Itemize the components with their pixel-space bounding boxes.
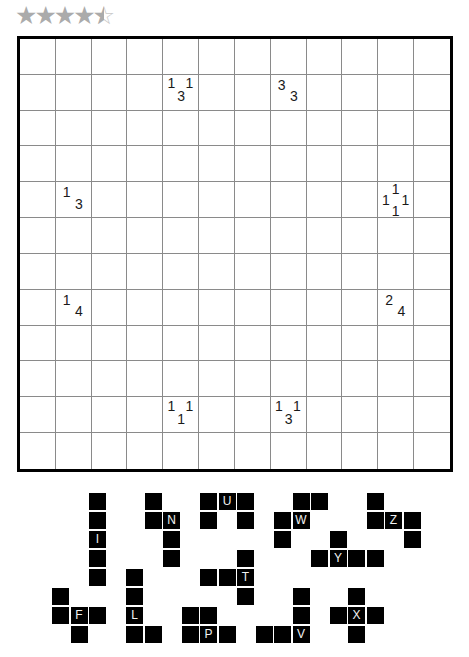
pentomino-n-cell <box>145 512 162 529</box>
pentomino-u-cell <box>237 493 254 510</box>
grid-cell[interactable] <box>271 433 307 469</box>
grid-cell[interactable] <box>56 218 92 254</box>
clue-number: 1 <box>402 193 410 207</box>
grid-cell[interactable] <box>199 290 235 326</box>
grid-cell[interactable] <box>271 182 307 218</box>
grid-cell[interactable] <box>271 326 307 362</box>
grid-cell[interactable] <box>92 254 128 290</box>
pentomino-i-cell <box>89 512 106 529</box>
pentomino-u-cell: U <box>219 493 236 510</box>
pentomino-l-label: L <box>131 607 138 624</box>
grid-cell[interactable] <box>235 111 271 147</box>
grid-cell[interactable] <box>56 433 92 469</box>
grid-cell[interactable] <box>235 361 271 397</box>
pentomino-f-cell <box>52 588 69 605</box>
clue-cell: 1111 <box>378 182 414 218</box>
pentomino-t-cell <box>237 588 254 605</box>
pentomino-z-label: Z <box>390 512 397 529</box>
pentomino-l-cell <box>145 626 162 643</box>
clue-cell: 14 <box>56 290 92 326</box>
pentomino-x-label: X <box>352 607 360 624</box>
grid-cell[interactable] <box>92 218 128 254</box>
clue-cell: 113 <box>271 397 307 433</box>
pentomino-z-cell <box>367 493 384 510</box>
grid-cell[interactable] <box>414 182 450 218</box>
grid-cell[interactable] <box>163 433 199 469</box>
grid-cell[interactable] <box>199 111 235 147</box>
grid-cell[interactable] <box>199 254 235 290</box>
grid-cell[interactable] <box>307 218 343 254</box>
grid-cell[interactable] <box>271 39 307 75</box>
grid-cell[interactable] <box>127 146 163 182</box>
clue-number: 1 <box>63 185 71 199</box>
clue-number: 1 <box>186 76 194 90</box>
pentomino-x-cell <box>367 607 384 624</box>
grid-cell[interactable] <box>127 111 163 147</box>
grid-cell[interactable] <box>20 75 56 111</box>
pentomino-u-cell <box>237 512 254 529</box>
clue-number: 1 <box>382 193 390 207</box>
grid-cell[interactable] <box>56 361 92 397</box>
clue-number: 1 <box>392 182 400 196</box>
grid-cell[interactable] <box>378 361 414 397</box>
grid-cell[interactable] <box>92 326 128 362</box>
pentomino-t-cell <box>200 569 217 586</box>
grid-cell[interactable] <box>307 433 343 469</box>
grid-cell[interactable] <box>199 218 235 254</box>
clue-number: 3 <box>290 89 298 103</box>
grid-cell[interactable] <box>307 182 343 218</box>
grid-cell[interactable] <box>271 290 307 326</box>
grid-cell[interactable] <box>414 361 450 397</box>
grid-cell[interactable] <box>127 397 163 433</box>
clue-number: 4 <box>75 304 83 318</box>
grid-cell[interactable] <box>20 254 56 290</box>
grid-cell[interactable] <box>271 361 307 397</box>
pentomino-y-cell <box>330 531 347 548</box>
pentomino-x-cell <box>348 588 365 605</box>
grid-cell[interactable] <box>378 146 414 182</box>
grid-cell[interactable] <box>414 218 450 254</box>
pentomino-i-label: I <box>96 531 99 548</box>
grid-cell[interactable] <box>56 397 92 433</box>
grid-cell[interactable] <box>342 182 378 218</box>
clue-number: 3 <box>278 78 286 92</box>
grid-cell[interactable] <box>92 75 128 111</box>
grid-cell[interactable] <box>378 111 414 147</box>
pentomino-f-cell <box>89 607 106 624</box>
pentomino-t-cell: T <box>237 569 254 586</box>
pentomino-z-cell <box>404 512 421 529</box>
grid-cell[interactable] <box>127 326 163 362</box>
pentomino-w-cell <box>274 531 291 548</box>
grid-cell[interactable] <box>127 75 163 111</box>
grid-cell[interactable] <box>378 433 414 469</box>
grid-cell[interactable] <box>307 75 343 111</box>
grid-cell[interactable] <box>20 397 56 433</box>
pentomino-f-cell: F <box>71 607 88 624</box>
grid-cell[interactable] <box>199 182 235 218</box>
grid-cell[interactable] <box>163 254 199 290</box>
grid-cell[interactable] <box>199 146 235 182</box>
clue-cell: 33 <box>271 75 307 111</box>
pentomino-w-cell <box>311 493 328 510</box>
pentomino-l-cell <box>126 588 143 605</box>
grid-cell[interactable] <box>307 290 343 326</box>
grid-cell[interactable] <box>199 75 235 111</box>
grid-cell[interactable] <box>235 326 271 362</box>
pentomino-v-cell <box>293 588 310 605</box>
grid-cell[interactable] <box>163 39 199 75</box>
grid-cell[interactable] <box>414 397 450 433</box>
pentomino-i-cell: I <box>89 531 106 548</box>
pentomino-p-cell <box>182 607 199 624</box>
pentomino-w-cell <box>274 512 291 529</box>
clue-number: 1 <box>177 412 185 426</box>
grid-cell[interactable] <box>342 111 378 147</box>
grid-cell[interactable] <box>199 326 235 362</box>
grid-cell[interactable] <box>92 397 128 433</box>
grid-cell[interactable] <box>307 39 343 75</box>
grid-cell[interactable] <box>199 397 235 433</box>
grid-cell[interactable] <box>127 254 163 290</box>
grid-cell[interactable] <box>235 182 271 218</box>
grid-cell[interactable] <box>92 39 128 75</box>
grid-cell[interactable] <box>378 254 414 290</box>
grid-cell[interactable] <box>378 326 414 362</box>
grid-cell[interactable] <box>342 218 378 254</box>
grid-cell[interactable] <box>92 433 128 469</box>
grid-cell[interactable] <box>342 290 378 326</box>
grid-cell[interactable] <box>20 290 56 326</box>
grid-cell[interactable] <box>378 397 414 433</box>
grid-cell[interactable] <box>92 146 128 182</box>
pentomino-n-label: N <box>167 512 176 529</box>
grid-cell[interactable] <box>92 290 128 326</box>
grid-cell[interactable] <box>20 361 56 397</box>
grid-cell[interactable] <box>20 433 56 469</box>
clue-number: 1 <box>167 399 175 413</box>
pentomino-t-cell <box>237 550 254 567</box>
grid-cell[interactable] <box>20 39 56 75</box>
pentomino-l-cell: L <box>126 607 143 624</box>
grid-cell[interactable] <box>20 111 56 147</box>
pentomino-w-cell <box>293 493 310 510</box>
grid-cell[interactable] <box>92 361 128 397</box>
clue-number: 1 <box>63 293 71 307</box>
puzzle-board: 113331311111424111113 <box>17 36 453 472</box>
grid-cell[interactable] <box>307 146 343 182</box>
grid-cell[interactable] <box>20 218 56 254</box>
clue-cell: 111 <box>163 397 199 433</box>
grid-cell[interactable] <box>127 218 163 254</box>
grid-cell[interactable] <box>307 111 343 147</box>
grid-cell[interactable] <box>342 75 378 111</box>
pentomino-u-cell <box>200 493 217 510</box>
grid-cell[interactable] <box>414 75 450 111</box>
grid-cell[interactable] <box>235 218 271 254</box>
grid-cell[interactable] <box>127 39 163 75</box>
grid-cell[interactable] <box>163 111 199 147</box>
pentomino-z-cell <box>367 512 384 529</box>
grid-cell[interactable] <box>342 397 378 433</box>
grid-cell[interactable] <box>342 39 378 75</box>
grid-cell[interactable] <box>92 111 128 147</box>
grid-cell[interactable] <box>414 326 450 362</box>
grid-cell[interactable] <box>414 39 450 75</box>
grid-cell[interactable] <box>342 433 378 469</box>
grid-cell[interactable] <box>235 254 271 290</box>
clue-number: 1 <box>186 399 194 413</box>
pentomino-v-cell <box>274 626 291 643</box>
clue-cell: 13 <box>56 182 92 218</box>
grid-cell[interactable] <box>414 433 450 469</box>
grid-cell[interactable] <box>235 75 271 111</box>
pentomino-p-cell <box>182 626 199 643</box>
grid-cell[interactable] <box>414 254 450 290</box>
pentomino-u-cell <box>200 512 217 529</box>
pentomino-y-cell <box>311 550 328 567</box>
pentomino-i-cell <box>89 569 106 586</box>
pentomino-n-cell: N <box>163 512 180 529</box>
clue-number: 2 <box>385 293 393 307</box>
grid-cell[interactable] <box>235 39 271 75</box>
pentomino-z-cell <box>404 531 421 548</box>
pentomino-f-cell <box>71 626 88 643</box>
clue-number: 1 <box>392 204 400 218</box>
grid-cell[interactable] <box>127 182 163 218</box>
clue-number: 1 <box>167 76 175 90</box>
pentomino-t-label: T <box>242 569 249 586</box>
grid-cell[interactable] <box>235 146 271 182</box>
grid-cell[interactable] <box>127 361 163 397</box>
grid-cell[interactable] <box>378 39 414 75</box>
pentomino-v-cell <box>293 607 310 624</box>
grid-cell[interactable] <box>20 146 56 182</box>
clue-number: 3 <box>177 89 185 103</box>
clue-number: 1 <box>275 399 283 413</box>
grid-cell[interactable] <box>414 146 450 182</box>
pentomino-v-cell: V <box>293 626 310 643</box>
grid-cell[interactable] <box>378 75 414 111</box>
pentomino-p-cell <box>219 626 236 643</box>
pentomino-y-cell <box>367 550 384 567</box>
pentomino-v-cell <box>256 626 273 643</box>
pentomino-n-cell <box>145 493 162 510</box>
pentomino-x-cell <box>330 607 347 624</box>
grid-cell[interactable] <box>342 254 378 290</box>
clue-number: 1 <box>293 399 301 413</box>
pentomino-i-cell <box>89 493 106 510</box>
grid-cell[interactable] <box>271 146 307 182</box>
pentomino-u-label: U <box>223 493 232 510</box>
pentomino-bank: INUWZYTLFPVX <box>52 493 432 643</box>
grid-cell[interactable] <box>342 361 378 397</box>
grid-cell[interactable] <box>378 218 414 254</box>
grid-cell[interactable] <box>127 433 163 469</box>
clue-number: 4 <box>397 304 405 318</box>
grid-cell[interactable] <box>163 146 199 182</box>
grid-cell[interactable] <box>342 326 378 362</box>
pentomino-y-cell: Y <box>330 550 347 567</box>
difficulty-rating: ★★★★☆★ <box>15 1 112 31</box>
pentomino-t-cell <box>219 569 236 586</box>
pentomino-w-cell: W <box>293 512 310 529</box>
grid-cell[interactable] <box>20 182 56 218</box>
pentomino-z-cell: Z <box>385 512 402 529</box>
grid-cell[interactable] <box>307 254 343 290</box>
grid-cell[interactable] <box>199 39 235 75</box>
grid-cell[interactable] <box>235 397 271 433</box>
pentomino-x-cell: X <box>348 607 365 624</box>
pentomino-l-cell <box>126 569 143 586</box>
grid-cell[interactable] <box>163 290 199 326</box>
grid-cell[interactable] <box>235 433 271 469</box>
pentomino-y-cell <box>348 550 365 567</box>
grid-cell[interactable] <box>92 182 128 218</box>
grid-cell[interactable] <box>56 326 92 362</box>
pentomino-f-cell <box>52 607 69 624</box>
clue-cell: 24 <box>378 290 414 326</box>
grid-cell[interactable] <box>414 111 450 147</box>
grid-cell[interactable] <box>414 290 450 326</box>
clue-number: 3 <box>285 412 293 426</box>
grid-cell[interactable] <box>271 254 307 290</box>
pentomino-i-cell <box>89 550 106 567</box>
grid-cell[interactable] <box>307 326 343 362</box>
grid-cell[interactable] <box>235 290 271 326</box>
pentomino-f-label: F <box>75 607 82 624</box>
pentomino-l-cell <box>126 626 143 643</box>
grid-cell[interactable] <box>307 397 343 433</box>
grid-cell[interactable] <box>163 182 199 218</box>
clue-number: 3 <box>75 197 83 211</box>
pentomino-p-cell: P <box>200 626 217 643</box>
pentomino-p-label: P <box>204 626 212 643</box>
pentomino-v-label: V <box>297 626 305 643</box>
grid-cell[interactable] <box>56 111 92 147</box>
pentomino-x-cell <box>348 626 365 643</box>
grid-cell[interactable] <box>163 326 199 362</box>
pentomino-n-cell <box>163 550 180 567</box>
pentomino-n-cell <box>163 531 180 548</box>
grid-cell[interactable] <box>20 326 56 362</box>
grid-cell[interactable] <box>271 111 307 147</box>
pentomino-p-cell <box>200 607 217 624</box>
clue-cell: 113 <box>163 75 199 111</box>
grid-cell[interactable] <box>56 146 92 182</box>
pentomino-w-label: W <box>295 512 306 529</box>
grid-cell[interactable] <box>271 218 307 254</box>
grid-cell[interactable] <box>199 433 235 469</box>
grid-cell[interactable] <box>56 39 92 75</box>
pentomino-y-label: Y <box>334 550 342 567</box>
grid-cell[interactable] <box>163 361 199 397</box>
grid-cell[interactable] <box>56 75 92 111</box>
grid-cell[interactable] <box>307 361 343 397</box>
grid-cell[interactable] <box>163 218 199 254</box>
half-star-icon: ☆★ <box>93 1 115 31</box>
grid-cell[interactable] <box>342 146 378 182</box>
grid-cell[interactable] <box>56 254 92 290</box>
grid-cell[interactable] <box>127 290 163 326</box>
grid-cell[interactable] <box>199 361 235 397</box>
